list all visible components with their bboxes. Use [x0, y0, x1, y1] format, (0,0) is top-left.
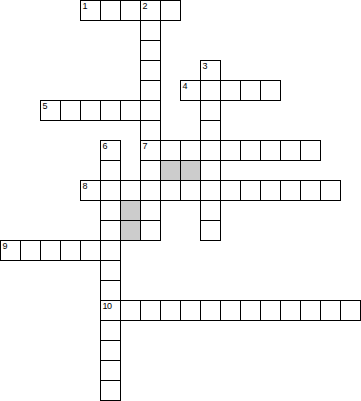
cell[interactable]	[140, 180, 161, 201]
cell[interactable]	[340, 300, 361, 321]
cell[interactable]	[240, 180, 261, 201]
cell[interactable]	[100, 240, 121, 261]
clue-number: 3	[203, 61, 208, 71]
cell[interactable]: 6	[100, 140, 121, 161]
cell[interactable]	[140, 60, 161, 81]
cell[interactable]: 9	[0, 240, 21, 261]
blocked-cell	[180, 160, 201, 181]
cell[interactable]	[300, 140, 321, 161]
cell[interactable]	[140, 120, 161, 141]
cell[interactable]	[240, 300, 261, 321]
cell[interactable]: 2	[140, 0, 161, 21]
cell[interactable]	[180, 140, 201, 161]
cell[interactable]	[140, 160, 161, 181]
cell[interactable]	[120, 180, 141, 201]
cell[interactable]	[220, 300, 241, 321]
cell[interactable]	[100, 260, 121, 281]
cell[interactable]: 10	[100, 300, 121, 321]
cell[interactable]	[100, 360, 121, 381]
cell[interactable]	[160, 0, 181, 21]
crossword-grid: 12345678910	[0, 0, 361, 401]
cell[interactable]	[200, 220, 221, 241]
cell[interactable]: 3	[200, 60, 221, 81]
cell[interactable]	[220, 140, 241, 161]
cell[interactable]: 1	[80, 0, 101, 21]
cell[interactable]	[300, 300, 321, 321]
cell[interactable]	[160, 140, 181, 161]
cell[interactable]	[240, 80, 261, 101]
cell[interactable]	[100, 280, 121, 301]
cell[interactable]	[120, 100, 141, 121]
clue-number: 9	[3, 241, 8, 251]
cell[interactable]	[200, 160, 221, 181]
clue-number: 8	[83, 181, 88, 191]
cell[interactable]	[240, 140, 261, 161]
cell[interactable]	[200, 200, 221, 221]
cell[interactable]	[80, 100, 101, 121]
clue-number: 6	[103, 141, 108, 151]
cell[interactable]	[320, 300, 341, 321]
cell[interactable]: 4	[180, 80, 201, 101]
cell[interactable]	[100, 320, 121, 341]
cell[interactable]	[200, 180, 221, 201]
clue-number: 2	[143, 1, 148, 11]
cell[interactable]	[220, 80, 241, 101]
cell[interactable]	[260, 140, 281, 161]
cell[interactable]	[220, 180, 241, 201]
cell[interactable]	[280, 140, 301, 161]
blocked-cell	[120, 200, 141, 221]
clue-number: 5	[43, 101, 48, 111]
cell[interactable]	[200, 140, 221, 161]
clue-number: 1	[83, 1, 88, 11]
cell[interactable]	[100, 180, 121, 201]
cell[interactable]	[140, 40, 161, 61]
cell[interactable]	[100, 160, 121, 181]
cell[interactable]	[180, 300, 201, 321]
cell[interactable]	[260, 300, 281, 321]
cell[interactable]	[120, 0, 141, 21]
cell[interactable]	[160, 180, 181, 201]
cell[interactable]	[140, 20, 161, 41]
cell[interactable]	[160, 300, 181, 321]
cell[interactable]	[140, 300, 161, 321]
cell[interactable]	[140, 100, 161, 121]
cell[interactable]: 8	[80, 180, 101, 201]
cell[interactable]	[100, 200, 121, 221]
cell[interactable]	[60, 240, 81, 261]
cell[interactable]	[280, 180, 301, 201]
cell[interactable]	[180, 180, 201, 201]
clue-number: 4	[183, 81, 188, 91]
cell[interactable]	[260, 80, 281, 101]
cell[interactable]	[200, 100, 221, 121]
cell[interactable]	[140, 80, 161, 101]
cell[interactable]	[80, 240, 101, 261]
cell[interactable]	[120, 300, 141, 321]
cell[interactable]	[280, 300, 301, 321]
cell[interactable]	[300, 180, 321, 201]
crossword-puzzle: 12345678910	[0, 0, 361, 401]
clue-number: 7	[143, 141, 148, 151]
cell[interactable]	[200, 80, 221, 101]
cell[interactable]: 5	[40, 100, 61, 121]
cell[interactable]	[20, 240, 41, 261]
cell[interactable]	[140, 220, 161, 241]
clue-number: 10	[103, 301, 112, 311]
cell[interactable]: 7	[140, 140, 161, 161]
cell[interactable]	[100, 340, 121, 361]
cell[interactable]	[200, 300, 221, 321]
cell[interactable]	[100, 380, 121, 401]
cell[interactable]	[40, 240, 61, 261]
cell[interactable]	[320, 180, 341, 201]
cell[interactable]	[140, 200, 161, 221]
blocked-cell	[160, 160, 181, 181]
cell[interactable]	[100, 220, 121, 241]
cell[interactable]	[260, 180, 281, 201]
cell[interactable]	[100, 0, 121, 21]
cell[interactable]	[60, 100, 81, 121]
blocked-cell	[120, 220, 141, 241]
cell[interactable]	[100, 100, 121, 121]
cell[interactable]	[200, 120, 221, 141]
